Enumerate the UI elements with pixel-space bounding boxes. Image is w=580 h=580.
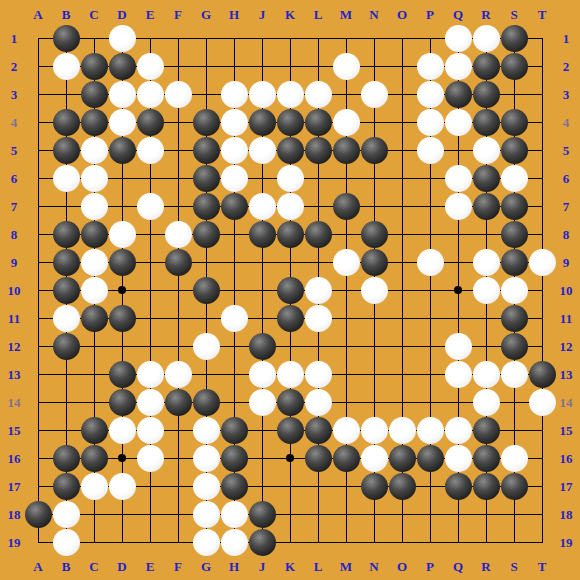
- column-label-top: B: [62, 8, 71, 21]
- row-label-right: 9: [563, 256, 570, 269]
- black-stone[interactable]: [221, 417, 248, 444]
- black-stone[interactable]: [165, 389, 192, 416]
- white-stone[interactable]: [445, 361, 472, 388]
- black-stone[interactable]: [53, 249, 80, 276]
- white-stone[interactable]: [193, 473, 220, 500]
- black-stone[interactable]: [221, 445, 248, 472]
- white-stone[interactable]: [417, 249, 444, 276]
- row-label-right: 17: [560, 480, 573, 493]
- black-stone[interactable]: [473, 473, 500, 500]
- column-label-top: F: [174, 8, 182, 21]
- white-stone[interactable]: [165, 361, 192, 388]
- white-stone[interactable]: [473, 277, 500, 304]
- column-label-bottom: S: [510, 560, 517, 573]
- white-stone[interactable]: [277, 81, 304, 108]
- column-label-bottom: C: [89, 560, 98, 573]
- black-stone[interactable]: [333, 445, 360, 472]
- column-label-bottom: T: [538, 560, 547, 573]
- white-stone[interactable]: [417, 137, 444, 164]
- black-stone[interactable]: [501, 305, 528, 332]
- black-stone[interactable]: [109, 249, 136, 276]
- black-stone[interactable]: [473, 81, 500, 108]
- column-label-top: C: [89, 8, 98, 21]
- go-board[interactable]: AABBCCDDEEFFGGHHJJKKLLMMNNOOPPQQRRSSTT11…: [0, 0, 580, 580]
- black-stone[interactable]: [361, 221, 388, 248]
- row-label-left: 11: [8, 312, 20, 325]
- white-stone[interactable]: [529, 249, 556, 276]
- black-stone[interactable]: [81, 221, 108, 248]
- white-stone[interactable]: [193, 529, 220, 556]
- white-stone[interactable]: [109, 473, 136, 500]
- black-stone[interactable]: [81, 81, 108, 108]
- black-stone[interactable]: [137, 109, 164, 136]
- black-stone[interactable]: [53, 473, 80, 500]
- column-label-top: G: [201, 8, 211, 21]
- row-label-right: 4: [563, 116, 570, 129]
- row-label-right: 1: [563, 32, 570, 45]
- column-label-bottom: H: [229, 560, 239, 573]
- black-stone[interactable]: [81, 417, 108, 444]
- white-stone[interactable]: [445, 333, 472, 360]
- row-label-left: 18: [8, 508, 21, 521]
- white-stone[interactable]: [473, 137, 500, 164]
- column-label-bottom: A: [33, 560, 42, 573]
- white-stone[interactable]: [53, 165, 80, 192]
- white-stone[interactable]: [501, 445, 528, 472]
- white-stone[interactable]: [305, 277, 332, 304]
- white-stone[interactable]: [221, 305, 248, 332]
- white-stone[interactable]: [249, 193, 276, 220]
- white-stone[interactable]: [445, 109, 472, 136]
- white-stone[interactable]: [137, 81, 164, 108]
- column-label-top: K: [285, 8, 295, 21]
- black-stone[interactable]: [305, 109, 332, 136]
- row-label-left: 3: [11, 88, 18, 101]
- black-stone[interactable]: [53, 25, 80, 52]
- black-stone[interactable]: [277, 277, 304, 304]
- black-stone[interactable]: [277, 389, 304, 416]
- black-stone[interactable]: [361, 473, 388, 500]
- white-stone[interactable]: [81, 277, 108, 304]
- row-label-right: 14: [560, 396, 573, 409]
- black-stone[interactable]: [361, 137, 388, 164]
- white-stone[interactable]: [417, 53, 444, 80]
- column-label-bottom: J: [259, 560, 266, 573]
- black-stone[interactable]: [277, 417, 304, 444]
- white-stone[interactable]: [305, 305, 332, 332]
- white-stone[interactable]: [137, 193, 164, 220]
- grid-line-horizontal: [38, 514, 543, 515]
- white-stone[interactable]: [417, 109, 444, 136]
- white-stone[interactable]: [333, 417, 360, 444]
- black-stone[interactable]: [501, 53, 528, 80]
- white-stone[interactable]: [53, 53, 80, 80]
- column-label-top: P: [426, 8, 434, 21]
- row-label-left: 5: [11, 144, 18, 157]
- white-stone[interactable]: [221, 529, 248, 556]
- white-stone[interactable]: [249, 81, 276, 108]
- white-stone[interactable]: [445, 165, 472, 192]
- white-stone[interactable]: [501, 165, 528, 192]
- black-stone[interactable]: [305, 417, 332, 444]
- black-stone[interactable]: [473, 193, 500, 220]
- black-stone[interactable]: [501, 109, 528, 136]
- white-stone[interactable]: [473, 389, 500, 416]
- column-label-bottom: R: [481, 560, 490, 573]
- white-stone[interactable]: [137, 417, 164, 444]
- white-stone[interactable]: [249, 389, 276, 416]
- black-stone[interactable]: [473, 165, 500, 192]
- white-stone[interactable]: [305, 389, 332, 416]
- white-stone[interactable]: [81, 473, 108, 500]
- row-label-left: 1: [11, 32, 18, 45]
- black-stone[interactable]: [81, 305, 108, 332]
- black-stone[interactable]: [445, 473, 472, 500]
- black-stone[interactable]: [193, 193, 220, 220]
- white-stone[interactable]: [445, 193, 472, 220]
- white-stone[interactable]: [109, 109, 136, 136]
- white-stone[interactable]: [193, 501, 220, 528]
- black-stone[interactable]: [193, 389, 220, 416]
- white-stone[interactable]: [389, 417, 416, 444]
- white-stone[interactable]: [193, 417, 220, 444]
- go-app-window: AABBCCDDEEFFGGHHJJKKLLMMNNOOPPQQRRSSTT11…: [0, 0, 580, 580]
- row-label-left: 9: [11, 256, 18, 269]
- column-label-bottom: N: [369, 560, 378, 573]
- white-stone[interactable]: [221, 109, 248, 136]
- column-label-bottom: D: [117, 560, 126, 573]
- column-label-top: A: [33, 8, 42, 21]
- star-point: [286, 454, 294, 462]
- column-label-bottom: K: [285, 560, 295, 573]
- white-stone[interactable]: [417, 81, 444, 108]
- black-stone[interactable]: [305, 221, 332, 248]
- grid-line-horizontal: [38, 542, 543, 543]
- column-label-top: M: [340, 8, 352, 21]
- black-stone[interactable]: [501, 137, 528, 164]
- white-stone[interactable]: [473, 249, 500, 276]
- white-stone[interactable]: [501, 277, 528, 304]
- white-stone[interactable]: [165, 221, 192, 248]
- white-stone[interactable]: [109, 81, 136, 108]
- white-stone[interactable]: [81, 249, 108, 276]
- row-label-right: 18: [560, 508, 573, 521]
- row-label-left: 4: [11, 116, 18, 129]
- column-label-top: T: [538, 8, 547, 21]
- column-label-top: D: [117, 8, 126, 21]
- black-stone[interactable]: [109, 361, 136, 388]
- white-stone[interactable]: [81, 165, 108, 192]
- white-stone[interactable]: [501, 361, 528, 388]
- black-stone[interactable]: [501, 193, 528, 220]
- column-label-bottom: G: [201, 560, 211, 573]
- black-stone[interactable]: [53, 109, 80, 136]
- white-stone[interactable]: [221, 501, 248, 528]
- black-stone[interactable]: [277, 221, 304, 248]
- white-stone[interactable]: [333, 109, 360, 136]
- white-stone[interactable]: [165, 81, 192, 108]
- black-stone[interactable]: [221, 193, 248, 220]
- black-stone[interactable]: [501, 333, 528, 360]
- row-label-right: 2: [563, 60, 570, 73]
- black-stone[interactable]: [249, 501, 276, 528]
- black-stone[interactable]: [249, 333, 276, 360]
- black-stone[interactable]: [109, 305, 136, 332]
- black-stone[interactable]: [193, 165, 220, 192]
- black-stone[interactable]: [501, 473, 528, 500]
- row-label-left: 15: [8, 424, 21, 437]
- row-label-right: 12: [560, 340, 573, 353]
- star-point: [118, 454, 126, 462]
- white-stone[interactable]: [109, 417, 136, 444]
- row-label-right: 8: [563, 228, 570, 241]
- white-stone[interactable]: [221, 137, 248, 164]
- black-stone[interactable]: [305, 445, 332, 472]
- white-stone[interactable]: [137, 53, 164, 80]
- row-label-right: 19: [560, 536, 573, 549]
- column-label-top: N: [369, 8, 378, 21]
- black-stone[interactable]: [53, 333, 80, 360]
- black-stone[interactable]: [81, 53, 108, 80]
- black-stone[interactable]: [473, 445, 500, 472]
- black-stone[interactable]: [249, 529, 276, 556]
- column-label-bottom: P: [426, 560, 434, 573]
- black-stone[interactable]: [81, 109, 108, 136]
- white-stone[interactable]: [445, 445, 472, 472]
- column-label-top: H: [229, 8, 239, 21]
- black-stone[interactable]: [53, 277, 80, 304]
- row-label-right: 3: [563, 88, 570, 101]
- row-label-right: 11: [560, 312, 572, 325]
- black-stone[interactable]: [501, 221, 528, 248]
- black-stone[interactable]: [53, 445, 80, 472]
- column-label-top: O: [397, 8, 407, 21]
- black-stone[interactable]: [333, 137, 360, 164]
- row-label-left: 12: [8, 340, 21, 353]
- black-stone[interactable]: [277, 109, 304, 136]
- black-stone[interactable]: [249, 221, 276, 248]
- black-stone[interactable]: [221, 473, 248, 500]
- black-stone[interactable]: [501, 25, 528, 52]
- column-label-bottom: F: [174, 560, 182, 573]
- white-stone[interactable]: [137, 137, 164, 164]
- white-stone[interactable]: [361, 445, 388, 472]
- black-stone[interactable]: [417, 445, 444, 472]
- row-label-left: 8: [11, 228, 18, 241]
- black-stone[interactable]: [501, 249, 528, 276]
- white-stone[interactable]: [445, 53, 472, 80]
- black-stone[interactable]: [389, 473, 416, 500]
- white-stone[interactable]: [193, 333, 220, 360]
- white-stone[interactable]: [193, 445, 220, 472]
- column-label-top: L: [314, 8, 323, 21]
- star-point: [118, 286, 126, 294]
- column-label-top: Q: [453, 8, 463, 21]
- row-label-left: 17: [8, 480, 21, 493]
- black-stone[interactable]: [277, 305, 304, 332]
- row-label-right: 16: [560, 452, 573, 465]
- white-stone[interactable]: [137, 361, 164, 388]
- black-stone[interactable]: [193, 277, 220, 304]
- white-stone[interactable]: [473, 361, 500, 388]
- grid-line-vertical: [542, 38, 543, 543]
- white-stone[interactable]: [417, 417, 444, 444]
- row-label-right: 13: [560, 368, 573, 381]
- white-stone[interactable]: [333, 249, 360, 276]
- black-stone[interactable]: [109, 389, 136, 416]
- row-label-left: 13: [8, 368, 21, 381]
- column-label-bottom: E: [146, 560, 155, 573]
- row-label-left: 14: [8, 396, 21, 409]
- column-label-bottom: Q: [453, 560, 463, 573]
- black-stone[interactable]: [81, 445, 108, 472]
- column-label-bottom: B: [62, 560, 71, 573]
- black-stone[interactable]: [473, 53, 500, 80]
- black-stone[interactable]: [361, 249, 388, 276]
- white-stone[interactable]: [361, 277, 388, 304]
- white-stone[interactable]: [137, 445, 164, 472]
- white-stone[interactable]: [445, 417, 472, 444]
- column-label-top: J: [259, 8, 266, 21]
- row-label-left: 10: [8, 284, 21, 297]
- white-stone[interactable]: [53, 529, 80, 556]
- white-stone[interactable]: [277, 193, 304, 220]
- black-stone[interactable]: [165, 249, 192, 276]
- black-stone[interactable]: [333, 193, 360, 220]
- black-stone[interactable]: [445, 81, 472, 108]
- column-label-bottom: M: [340, 560, 352, 573]
- black-stone[interactable]: [25, 501, 52, 528]
- row-label-right: 10: [560, 284, 573, 297]
- column-label-bottom: O: [397, 560, 407, 573]
- row-label-left: 16: [8, 452, 21, 465]
- white-stone[interactable]: [81, 193, 108, 220]
- row-label-right: 5: [563, 144, 570, 157]
- white-stone[interactable]: [333, 53, 360, 80]
- white-stone[interactable]: [53, 501, 80, 528]
- row-label-left: 2: [11, 60, 18, 73]
- white-stone[interactable]: [361, 81, 388, 108]
- black-stone[interactable]: [193, 221, 220, 248]
- black-stone[interactable]: [193, 137, 220, 164]
- white-stone[interactable]: [221, 165, 248, 192]
- white-stone[interactable]: [277, 361, 304, 388]
- white-stone[interactable]: [473, 25, 500, 52]
- column-label-top: S: [510, 8, 517, 21]
- white-stone[interactable]: [361, 417, 388, 444]
- white-stone[interactable]: [445, 25, 472, 52]
- black-stone[interactable]: [529, 361, 556, 388]
- black-stone[interactable]: [53, 137, 80, 164]
- black-stone[interactable]: [249, 109, 276, 136]
- white-stone[interactable]: [81, 137, 108, 164]
- column-label-top: E: [146, 8, 155, 21]
- white-stone[interactable]: [277, 165, 304, 192]
- row-label-left: 19: [8, 536, 21, 549]
- column-label-top: R: [481, 8, 490, 21]
- white-stone[interactable]: [109, 25, 136, 52]
- column-label-bottom: L: [314, 560, 323, 573]
- black-stone[interactable]: [109, 137, 136, 164]
- white-stone[interactable]: [109, 221, 136, 248]
- white-stone[interactable]: [305, 361, 332, 388]
- white-stone[interactable]: [529, 389, 556, 416]
- row-label-right: 15: [560, 424, 573, 437]
- black-stone[interactable]: [53, 221, 80, 248]
- black-stone[interactable]: [277, 137, 304, 164]
- black-stone[interactable]: [473, 417, 500, 444]
- white-stone[interactable]: [137, 389, 164, 416]
- black-stone[interactable]: [193, 109, 220, 136]
- black-stone[interactable]: [473, 109, 500, 136]
- white-stone[interactable]: [249, 137, 276, 164]
- row-label-left: 6: [11, 172, 18, 185]
- row-label-right: 6: [563, 172, 570, 185]
- row-label-right: 7: [563, 200, 570, 213]
- black-stone[interactable]: [305, 137, 332, 164]
- white-stone[interactable]: [53, 305, 80, 332]
- white-stone[interactable]: [221, 81, 248, 108]
- star-point: [454, 286, 462, 294]
- black-stone[interactable]: [109, 53, 136, 80]
- white-stone[interactable]: [305, 81, 332, 108]
- white-stone[interactable]: [249, 361, 276, 388]
- black-stone[interactable]: [389, 445, 416, 472]
- row-label-left: 7: [11, 200, 18, 213]
